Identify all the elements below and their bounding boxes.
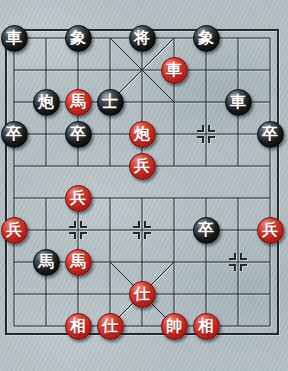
piece-glyph: 炮 [38,94,54,110]
piece-disc: 帥 [161,313,188,340]
piece-glyph: 卒 [6,126,22,142]
piece-disc: 兵 [65,185,92,212]
piece-glyph: 兵 [262,222,278,238]
piece-glyph: 卒 [198,222,214,238]
board-grid: 車象将象車炮馬士車卒卒炮卒兵兵兵卒兵馬馬仕相仕帥相 [0,22,286,342]
piece-glyph: 相 [70,318,86,334]
piece-disc: 炮 [33,89,60,116]
piece-black-cannon[interactable]: 炮 [30,86,62,118]
piece-disc: 卒 [1,121,28,148]
piece-glyph: 兵 [6,222,22,238]
piece-red-general[interactable]: 帥 [158,310,190,342]
piece-disc: 相 [65,313,92,340]
piece-glyph: 車 [230,94,246,110]
piece-disc: 車 [1,25,28,52]
piece-disc: 士 [97,89,124,116]
piece-glyph: 象 [70,30,86,46]
piece-glyph: 士 [102,94,118,110]
piece-red-elephant[interactable]: 相 [190,310,222,342]
piece-disc: 象 [65,25,92,52]
piece-red-soldier[interactable]: 兵 [0,214,30,246]
xiangqi-app: 車象将象車炮馬士車卒卒炮卒兵兵兵卒兵馬馬仕相仕帥相 [0,0,288,371]
piece-red-soldier[interactable]: 兵 [254,214,286,246]
piece-disc: 兵 [257,217,284,244]
piece-black-chariot[interactable]: 車 [0,22,30,54]
piece-disc: 車 [161,57,188,84]
piece-red-advisor[interactable]: 仕 [94,310,126,342]
piece-black-soldier[interactable]: 卒 [62,118,94,150]
piece-glyph: 仕 [102,318,118,334]
piece-glyph: 帥 [166,318,182,334]
piece-disc: 馬 [33,249,60,276]
piece-disc: 卒 [193,217,220,244]
point-marker [126,214,158,246]
piece-glyph: 仕 [134,286,150,302]
piece-disc: 兵 [129,153,156,180]
piece-glyph: 将 [134,30,150,46]
piece-black-elephant[interactable]: 象 [190,22,222,54]
piece-red-horse[interactable]: 馬 [62,86,94,118]
point-marker [190,118,222,150]
piece-glyph: 馬 [70,254,86,270]
piece-disc: 象 [193,25,220,52]
point-marker [222,246,254,278]
piece-disc: 仕 [97,313,124,340]
piece-glyph: 卒 [262,126,278,142]
piece-glyph: 馬 [70,94,86,110]
piece-disc: 将 [129,25,156,52]
piece-red-cannon[interactable]: 炮 [126,118,158,150]
piece-glyph: 象 [198,30,214,46]
piece-red-soldier[interactable]: 兵 [62,182,94,214]
piece-disc: 馬 [65,89,92,116]
piece-glyph: 兵 [134,158,150,174]
piece-glyph: 炮 [134,126,150,142]
piece-black-elephant[interactable]: 象 [62,22,94,54]
piece-black-horse[interactable]: 馬 [30,246,62,278]
piece-red-chariot[interactable]: 車 [158,54,190,86]
piece-glyph: 車 [166,62,182,78]
piece-black-chariot[interactable]: 車 [222,86,254,118]
piece-glyph: 車 [6,30,22,46]
piece-black-soldier[interactable]: 卒 [0,118,30,150]
piece-disc: 馬 [65,249,92,276]
point-marker [62,214,94,246]
piece-glyph: 相 [198,318,214,334]
piece-disc: 卒 [65,121,92,148]
piece-disc: 兵 [1,217,28,244]
piece-red-horse[interactable]: 馬 [62,246,94,278]
piece-glyph: 馬 [38,254,54,270]
piece-red-elephant[interactable]: 相 [62,310,94,342]
piece-glyph: 卒 [70,126,86,142]
piece-disc: 車 [225,89,252,116]
piece-black-soldier[interactable]: 卒 [254,118,286,150]
piece-red-advisor[interactable]: 仕 [126,278,158,310]
piece-red-soldier[interactable]: 兵 [126,150,158,182]
piece-disc: 相 [193,313,220,340]
piece-disc: 炮 [129,121,156,148]
piece-black-soldier[interactable]: 卒 [190,214,222,246]
piece-black-advisor[interactable]: 士 [94,86,126,118]
piece-disc: 卒 [257,121,284,148]
piece-disc: 仕 [129,281,156,308]
piece-glyph: 兵 [70,190,86,206]
piece-black-general[interactable]: 将 [126,22,158,54]
